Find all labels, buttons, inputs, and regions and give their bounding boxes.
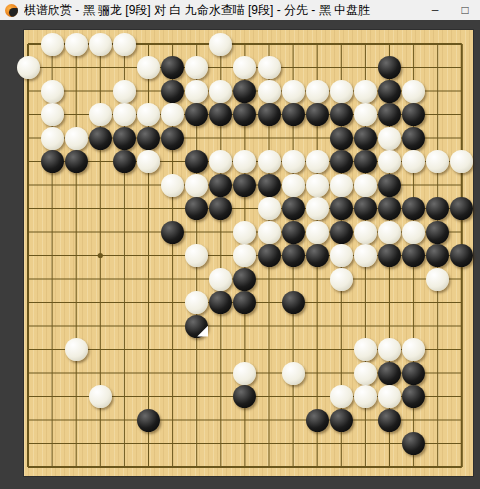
white-stone xyxy=(354,174,377,197)
black-stone xyxy=(282,221,305,244)
white-stone xyxy=(354,80,377,103)
white-stone xyxy=(41,127,64,150)
app-icon xyxy=(5,4,18,17)
white-stone xyxy=(65,33,88,56)
white-stone xyxy=(378,385,401,408)
black-stone xyxy=(354,197,377,220)
black-stone xyxy=(209,174,232,197)
black-stone xyxy=(306,409,329,432)
white-stone xyxy=(233,362,256,385)
black-stone xyxy=(402,362,425,385)
white-stone xyxy=(161,103,184,126)
black-stone xyxy=(330,127,353,150)
black-stone xyxy=(402,432,425,455)
black-stone xyxy=(378,409,401,432)
white-stone xyxy=(209,33,232,56)
white-stone xyxy=(306,174,329,197)
black-stone xyxy=(65,150,88,173)
black-stone xyxy=(282,197,305,220)
white-stone xyxy=(113,80,136,103)
white-stone xyxy=(258,197,281,220)
white-stone xyxy=(137,150,160,173)
white-stone xyxy=(41,80,64,103)
title-bar[interactable]: 棋谱欣赏 - 黑 骊龙 [9段] 对 白 九命水查喵 [9段] - 分先 - 黑… xyxy=(0,0,480,20)
white-stone xyxy=(113,103,136,126)
black-stone xyxy=(402,244,425,267)
black-stone xyxy=(354,150,377,173)
white-stone xyxy=(330,244,353,267)
black-stone xyxy=(89,127,112,150)
white-stone xyxy=(258,80,281,103)
black-stone xyxy=(402,127,425,150)
white-stone xyxy=(137,103,160,126)
star-point xyxy=(98,253,103,258)
black-stone xyxy=(258,103,281,126)
black-stone xyxy=(137,127,160,150)
white-stone xyxy=(330,80,353,103)
black-stone xyxy=(161,127,184,150)
white-stone xyxy=(113,33,136,56)
black-stone xyxy=(113,127,136,150)
black-stone xyxy=(233,174,256,197)
white-stone xyxy=(65,338,88,361)
white-stone xyxy=(209,268,232,291)
white-stone xyxy=(282,80,305,103)
white-stone xyxy=(17,56,40,79)
black-stone xyxy=(258,244,281,267)
black-stone xyxy=(402,197,425,220)
black-stone xyxy=(113,150,136,173)
white-stone xyxy=(354,338,377,361)
black-stone xyxy=(306,244,329,267)
minimize-button[interactable]: – xyxy=(420,1,450,19)
white-stone xyxy=(306,221,329,244)
black-stone xyxy=(233,80,256,103)
black-stone xyxy=(378,197,401,220)
white-stone xyxy=(258,56,281,79)
white-stone xyxy=(282,362,305,385)
black-stone xyxy=(258,174,281,197)
black-stone xyxy=(330,150,353,173)
white-stone xyxy=(402,338,425,361)
white-stone xyxy=(378,338,401,361)
black-stone xyxy=(402,385,425,408)
black-stone xyxy=(402,103,425,126)
white-stone xyxy=(89,103,112,126)
black-stone xyxy=(426,221,449,244)
go-board[interactable] xyxy=(24,30,473,476)
white-stone xyxy=(354,103,377,126)
white-stone xyxy=(402,221,425,244)
white-stone xyxy=(402,150,425,173)
white-stone xyxy=(330,174,353,197)
app-window: 棋谱欣赏 - 黑 骊龙 [9段] 对 白 九命水查喵 [9段] - 分先 - 黑… xyxy=(0,0,480,489)
white-stone xyxy=(89,385,112,408)
white-stone xyxy=(89,33,112,56)
black-stone xyxy=(282,244,305,267)
black-stone xyxy=(306,103,329,126)
white-stone xyxy=(354,244,377,267)
black-stone xyxy=(41,150,64,173)
black-stone xyxy=(137,409,160,432)
black-stone xyxy=(354,127,377,150)
black-stone xyxy=(378,56,401,79)
black-stone xyxy=(161,56,184,79)
white-stone xyxy=(209,80,232,103)
black-stone xyxy=(161,80,184,103)
white-stone xyxy=(330,268,353,291)
black-stone xyxy=(378,362,401,385)
white-stone xyxy=(330,385,353,408)
white-stone xyxy=(41,33,64,56)
white-stone xyxy=(306,197,329,220)
black-stone xyxy=(330,197,353,220)
white-stone xyxy=(426,268,449,291)
white-stone xyxy=(282,150,305,173)
white-stone xyxy=(233,221,256,244)
black-stone xyxy=(330,409,353,432)
black-stone xyxy=(378,80,401,103)
white-stone xyxy=(306,80,329,103)
white-stone xyxy=(185,174,208,197)
white-stone xyxy=(161,174,184,197)
white-stone xyxy=(378,221,401,244)
last-move-marker xyxy=(197,326,208,337)
black-stone xyxy=(185,315,208,338)
black-stone xyxy=(378,103,401,126)
black-stone xyxy=(378,244,401,267)
white-stone xyxy=(354,385,377,408)
board-frame xyxy=(0,20,480,489)
black-stone xyxy=(330,221,353,244)
black-stone xyxy=(378,174,401,197)
black-stone xyxy=(161,221,184,244)
black-stone xyxy=(282,103,305,126)
white-stone xyxy=(185,80,208,103)
white-stone xyxy=(354,362,377,385)
white-stone xyxy=(306,150,329,173)
black-stone xyxy=(233,268,256,291)
white-stone xyxy=(41,103,64,126)
black-stone xyxy=(330,103,353,126)
window-title: 棋谱欣赏 - 黑 骊龙 [9段] 对 白 九命水查喵 [9段] - 分先 - 黑… xyxy=(24,2,420,19)
white-stone xyxy=(137,56,160,79)
white-stone xyxy=(65,127,88,150)
white-stone xyxy=(402,80,425,103)
white-stone xyxy=(354,221,377,244)
white-stone xyxy=(378,127,401,150)
black-stone xyxy=(282,291,305,314)
white-stone xyxy=(258,150,281,173)
white-stone xyxy=(258,221,281,244)
white-stone xyxy=(378,150,401,173)
white-stone xyxy=(282,174,305,197)
maximize-button[interactable]: □ xyxy=(450,1,480,19)
